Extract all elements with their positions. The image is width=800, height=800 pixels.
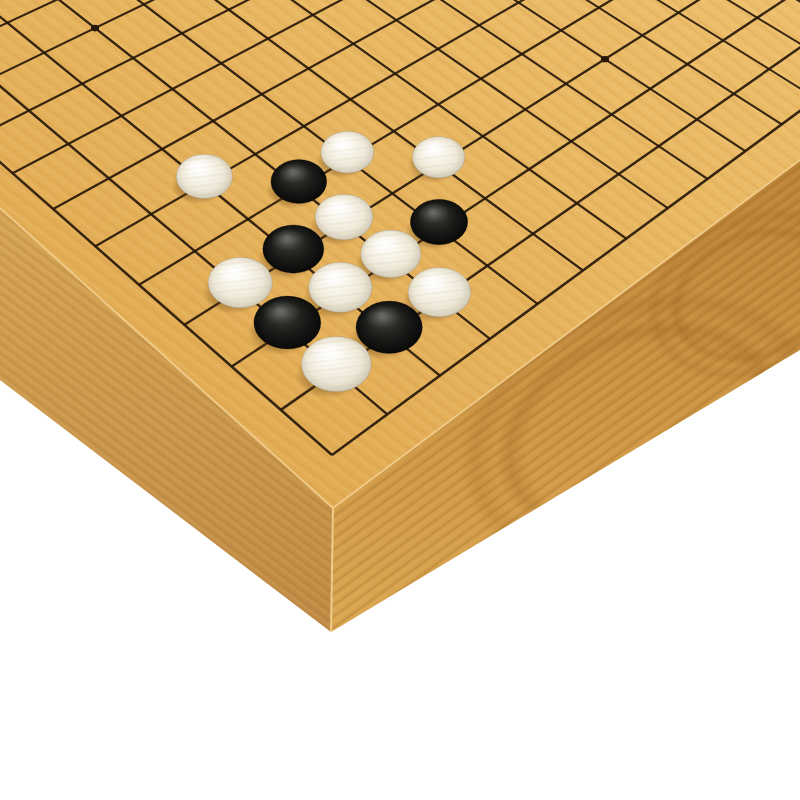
- stone-highlight: [318, 267, 351, 288]
- stone-highlight: [264, 301, 299, 323]
- stone-highlight: [272, 230, 304, 250]
- stone-highlight: [312, 342, 348, 365]
- stone-highlight: [185, 159, 214, 178]
- stone-highlight: [329, 135, 357, 153]
- star-point-4-10: [91, 25, 99, 32]
- stone-highlight: [366, 306, 400, 328]
- stone-highlight: [417, 272, 450, 293]
- stone-highlight: [419, 204, 449, 223]
- stone-highlight: [420, 141, 447, 158]
- stone-highlight: [218, 262, 251, 283]
- go-board-photo: [0, 0, 800, 800]
- product-photo-scene: [0, 0, 800, 800]
- stone-highlight: [279, 164, 308, 183]
- stone-highlight: [324, 199, 354, 218]
- star-point-10-4: [601, 56, 609, 62]
- stone-highlight: [370, 235, 401, 255]
